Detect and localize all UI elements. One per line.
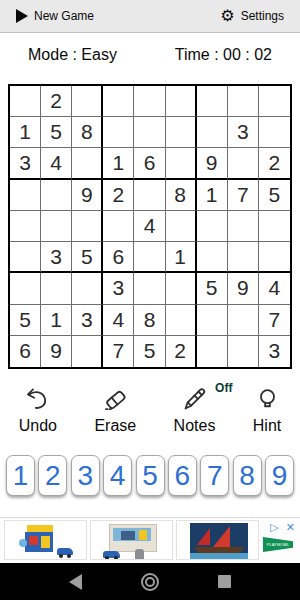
number-button-2[interactable]: 2 [38, 455, 67, 496]
cell-r7c2[interactable] [41, 273, 72, 304]
new-game-label: New Game [34, 9, 94, 23]
cell-r9c6[interactable]: 2 [166, 336, 197, 367]
cell-r2c1[interactable]: 1 [10, 117, 41, 148]
back-icon[interactable] [69, 574, 82, 590]
cell-r1c3[interactable] [72, 86, 103, 117]
tools-row: Undo Erase Off Notes [0, 386, 300, 435]
cell-r9c5[interactable]: 5 [134, 336, 165, 367]
hint-button[interactable]: Hint [253, 386, 281, 435]
cell-r9c4[interactable]: 7 [103, 336, 134, 367]
pencil-icon [181, 386, 208, 413]
cell-r5c5[interactable]: 4 [134, 211, 165, 242]
cell-r4c9[interactable]: 5 [259, 180, 290, 211]
new-game-button[interactable]: New Game [16, 9, 94, 23]
cell-r1c2[interactable]: 2 [41, 86, 72, 117]
cell-r5c4[interactable] [103, 211, 134, 242]
cell-r1c4[interactable] [103, 86, 134, 117]
ad-banner[interactable]: ▷ ✕ PLAYMOBIL [0, 517, 300, 564]
number-button-9[interactable]: 9 [265, 455, 294, 496]
eraser-icon [102, 386, 129, 413]
cell-r6c3[interactable]: 5 [72, 242, 103, 273]
ad-card-toy-pirate-ship[interactable] [176, 520, 259, 560]
cell-r8c7[interactable] [197, 305, 228, 336]
sudoku-app: New Game ⚙ Settings Mode : Easy Time : 0… [0, 0, 300, 600]
cell-r7c4[interactable]: 3 [103, 273, 134, 304]
number-button-1[interactable]: 1 [6, 455, 35, 496]
sudoku-grid: 21583341692928175435613594513487697523 [8, 84, 292, 369]
cell-r1c5[interactable] [134, 86, 165, 117]
cell-r4c2[interactable] [41, 180, 72, 211]
notes-button[interactable]: Off Notes [174, 386, 216, 435]
cell-r1c1[interactable] [10, 86, 41, 117]
play-icon [16, 9, 28, 23]
number-button-4[interactable]: 4 [103, 455, 132, 496]
cell-r6c8[interactable] [228, 242, 259, 273]
toy-playset-image [27, 525, 53, 532]
number-pad: 123456789 [6, 455, 294, 496]
cell-r4c7[interactable]: 1 [197, 180, 228, 211]
cell-r3c1[interactable]: 3 [10, 148, 41, 179]
cell-r6c1[interactable] [10, 242, 41, 273]
cell-r7c8[interactable]: 9 [228, 273, 259, 304]
number-button-7[interactable]: 7 [200, 455, 229, 496]
cell-r6c4[interactable]: 6 [103, 242, 134, 273]
cell-r2c3[interactable]: 8 [72, 117, 103, 148]
home-icon[interactable] [141, 573, 159, 591]
cell-r7c6[interactable] [166, 273, 197, 304]
cell-r5c6[interactable] [166, 211, 197, 242]
cell-r7c9[interactable]: 4 [259, 273, 290, 304]
cell-r7c7[interactable]: 5 [197, 273, 228, 304]
cell-r6c5[interactable] [134, 242, 165, 273]
cell-r6c9[interactable] [259, 242, 290, 273]
info-row: Mode : Easy Time : 00 : 02 [0, 33, 300, 76]
cell-r8c8[interactable] [228, 305, 259, 336]
mode-label: Mode : Easy [28, 46, 117, 64]
android-nav-bar [0, 563, 300, 600]
cell-r8c4[interactable]: 4 [103, 305, 134, 336]
cell-r6c6[interactable]: 1 [166, 242, 197, 273]
ad-card-toy-playset[interactable] [4, 520, 87, 560]
number-button-3[interactable]: 3 [71, 455, 100, 496]
notes-label: Notes [174, 417, 216, 435]
settings-label: Settings [241, 9, 284, 23]
cell-r6c2[interactable]: 3 [41, 242, 72, 273]
time-label: Time : 00 : 02 [175, 46, 272, 64]
number-button-8[interactable]: 8 [233, 455, 262, 496]
cell-r8c3[interactable]: 3 [72, 305, 103, 336]
cell-r3c8[interactable] [228, 148, 259, 179]
undo-label: Undo [19, 417, 57, 435]
cell-r1c6[interactable] [166, 86, 197, 117]
cell-r1c9[interactable] [259, 86, 290, 117]
cell-r3c2[interactable]: 4 [41, 148, 72, 179]
ad-brand-flag[interactable]: PLAYMOBIL [263, 537, 293, 552]
cell-r5c1[interactable] [10, 211, 41, 242]
hint-label: Hint [253, 417, 281, 435]
cell-r5c8[interactable] [228, 211, 259, 242]
cell-r4c8[interactable]: 7 [228, 180, 259, 211]
number-button-6[interactable]: 6 [168, 455, 197, 496]
cell-r9c2[interactable]: 9 [41, 336, 72, 367]
adchoices-icon[interactable]: ▷ [270, 522, 278, 533]
cell-r3c9[interactable]: 2 [259, 148, 290, 179]
cell-r2c6[interactable] [166, 117, 197, 148]
notes-state-badge: Off [215, 381, 232, 395]
number-button-5[interactable]: 5 [136, 455, 165, 496]
cell-r4c5[interactable] [134, 180, 165, 211]
cell-r2c9[interactable] [259, 117, 290, 148]
cell-r9c8[interactable] [228, 336, 259, 367]
cell-r4c6[interactable]: 8 [166, 180, 197, 211]
cell-r7c3[interactable] [72, 273, 103, 304]
cell-r9c7[interactable] [197, 336, 228, 367]
cell-r8c6[interactable] [166, 305, 197, 336]
adchoices-control: ▷ ✕ [270, 522, 295, 533]
cell-r4c4[interactable]: 2 [103, 180, 134, 211]
cell-r3c3[interactable] [72, 148, 103, 179]
cell-r4c1[interactable] [10, 180, 41, 211]
gear-icon: ⚙ [220, 8, 234, 24]
cell-r7c5[interactable] [134, 273, 165, 304]
cell-r3c6[interactable] [166, 148, 197, 179]
top-bar: New Game ⚙ Settings [0, 0, 300, 33]
settings-button[interactable]: ⚙ Settings [220, 8, 284, 24]
cell-r7c1[interactable] [10, 273, 41, 304]
lightbulb-icon [254, 386, 281, 413]
cell-r2c2[interactable]: 5 [41, 117, 72, 148]
cell-r9c3[interactable] [72, 336, 103, 367]
cell-r2c7[interactable] [197, 117, 228, 148]
cell-r3c7[interactable]: 9 [197, 148, 228, 179]
cell-r2c5[interactable] [134, 117, 165, 148]
undo-icon [24, 386, 51, 413]
cell-r3c4[interactable]: 1 [103, 148, 134, 179]
ad-brand-text: PLAYMOBIL [267, 542, 289, 547]
cell-r5c9[interactable] [259, 211, 290, 242]
ad-close-icon[interactable]: ✕ [286, 522, 295, 533]
cell-r2c8[interactable]: 3 [228, 117, 259, 148]
cell-r6c7[interactable] [197, 242, 228, 273]
erase-label: Erase [94, 417, 136, 435]
cell-r8c9[interactable]: 7 [259, 305, 290, 336]
cell-r8c2[interactable]: 1 [41, 305, 72, 336]
cell-r3c5[interactable]: 6 [134, 148, 165, 179]
cell-r1c8[interactable] [228, 86, 259, 117]
cell-r5c2[interactable] [41, 211, 72, 242]
cell-r2c4[interactable] [103, 117, 134, 148]
cell-r5c7[interactable] [197, 211, 228, 242]
cell-r9c1[interactable]: 6 [10, 336, 41, 367]
cell-r9c9[interactable]: 3 [259, 336, 290, 367]
cell-r5c3[interactable] [72, 211, 103, 242]
undo-button[interactable]: Undo [19, 386, 57, 435]
cell-r8c1[interactable]: 5 [10, 305, 41, 336]
recents-icon[interactable] [218, 575, 231, 588]
erase-button[interactable]: Erase [94, 386, 136, 435]
ad-card-toy-car-box[interactable] [90, 520, 173, 560]
cell-r8c5[interactable]: 8 [134, 305, 165, 336]
cell-r1c7[interactable] [197, 86, 228, 117]
cell-r4c3[interactable]: 9 [72, 180, 103, 211]
